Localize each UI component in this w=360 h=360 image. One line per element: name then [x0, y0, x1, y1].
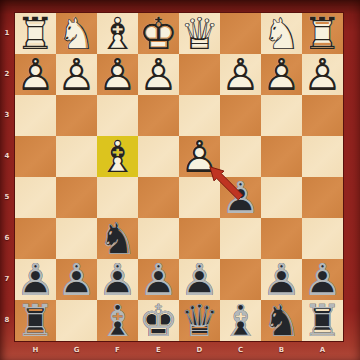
square-a8[interactable]: ♜♖: [302, 300, 343, 341]
piece-white-bishop: ♝♗: [97, 13, 138, 54]
square-c1[interactable]: [220, 13, 261, 54]
square-e3[interactable]: [138, 95, 179, 136]
file-label-h: H: [15, 343, 56, 359]
square-h5[interactable]: [15, 177, 56, 218]
square-c7[interactable]: [220, 259, 261, 300]
square-d8[interactable]: ♛♕: [179, 300, 220, 341]
piece-black-pawn: ♟♙: [179, 259, 220, 300]
rank-label-5: 5: [0, 177, 14, 218]
square-f6[interactable]: ♞♘: [97, 218, 138, 259]
square-h6[interactable]: [15, 218, 56, 259]
piece-white-bishop: ♝♗: [97, 136, 138, 177]
piece-white-pawn: ♟♙: [15, 54, 56, 95]
square-e4[interactable]: [138, 136, 179, 177]
square-f2[interactable]: ♟♙: [97, 54, 138, 95]
piece-white-pawn: ♟♙: [56, 54, 97, 95]
piece-white-pawn: ♟♙: [261, 54, 302, 95]
square-g3[interactable]: [56, 95, 97, 136]
square-g7[interactable]: ♟♙: [56, 259, 97, 300]
file-label-e: E: [138, 343, 179, 359]
rank-label-6: 6: [0, 218, 14, 259]
file-label-f: F: [97, 343, 138, 359]
piece-white-queen: ♛♕: [179, 13, 220, 54]
square-b6[interactable]: [261, 218, 302, 259]
board-frame: ♜♖♞♘♝♗♚♔♛♕♞♘♜♖♟♙♟♙♟♙♟♙♟♙♟♙♟♙♝♗♟♙♟♙♞♘♟♙♟♙…: [0, 0, 360, 360]
square-e2[interactable]: ♟♙: [138, 54, 179, 95]
square-b5[interactable]: [261, 177, 302, 218]
square-c4[interactable]: [220, 136, 261, 177]
piece-black-knight: ♞♘: [97, 218, 138, 259]
square-c5[interactable]: ♟♙: [220, 177, 261, 218]
square-d2[interactable]: [179, 54, 220, 95]
square-f5[interactable]: [97, 177, 138, 218]
square-f3[interactable]: [97, 95, 138, 136]
square-h1[interactable]: ♜♖: [15, 13, 56, 54]
piece-black-king: ♚♔: [138, 300, 179, 341]
piece-white-knight: ♞♘: [56, 13, 97, 54]
square-g6[interactable]: [56, 218, 97, 259]
square-d7[interactable]: ♟♙: [179, 259, 220, 300]
piece-white-pawn: ♟♙: [302, 54, 343, 95]
square-g8[interactable]: [56, 300, 97, 341]
square-h3[interactable]: [15, 95, 56, 136]
square-g4[interactable]: [56, 136, 97, 177]
piece-black-pawn: ♟♙: [15, 259, 56, 300]
rank-label-2: 2: [0, 54, 14, 95]
file-label-c: C: [220, 343, 261, 359]
piece-white-rook: ♜♖: [15, 13, 56, 54]
piece-black-pawn: ♟♙: [261, 259, 302, 300]
piece-black-pawn: ♟♙: [220, 177, 261, 218]
piece-black-pawn: ♟♙: [138, 259, 179, 300]
file-label-a: A: [302, 343, 343, 359]
rank-label-3: 3: [0, 95, 14, 136]
square-a2[interactable]: ♟♙: [302, 54, 343, 95]
square-d1[interactable]: ♛♕: [179, 13, 220, 54]
square-h2[interactable]: ♟♙: [15, 54, 56, 95]
square-d5[interactable]: [179, 177, 220, 218]
square-b7[interactable]: ♟♙: [261, 259, 302, 300]
square-h4[interactable]: [15, 136, 56, 177]
piece-black-queen: ♛♕: [179, 300, 220, 341]
square-c2[interactable]: ♟♙: [220, 54, 261, 95]
square-g1[interactable]: ♞♘: [56, 13, 97, 54]
square-b8[interactable]: ♞♘: [261, 300, 302, 341]
square-e1[interactable]: ♚♔: [138, 13, 179, 54]
square-c6[interactable]: [220, 218, 261, 259]
square-f4[interactable]: ♝♗: [97, 136, 138, 177]
square-e6[interactable]: [138, 218, 179, 259]
square-b2[interactable]: ♟♙: [261, 54, 302, 95]
rank-label-7: 7: [0, 259, 14, 300]
piece-black-bishop: ♝♗: [220, 300, 261, 341]
square-e8[interactable]: ♚♔: [138, 300, 179, 341]
piece-white-pawn: ♟♙: [179, 136, 220, 177]
square-c8[interactable]: ♝♗: [220, 300, 261, 341]
square-g5[interactable]: [56, 177, 97, 218]
square-b1[interactable]: ♞♘: [261, 13, 302, 54]
square-b3[interactable]: [261, 95, 302, 136]
square-c3[interactable]: [220, 95, 261, 136]
rank-label-8: 8: [0, 300, 14, 341]
board: ♜♖♞♘♝♗♚♔♛♕♞♘♜♖♟♙♟♙♟♙♟♙♟♙♟♙♟♙♝♗♟♙♟♙♞♘♟♙♟♙…: [15, 13, 343, 341]
piece-black-rook: ♜♖: [302, 300, 343, 341]
square-b4[interactable]: [261, 136, 302, 177]
piece-white-knight: ♞♘: [261, 13, 302, 54]
file-label-g: G: [56, 343, 97, 359]
square-h8[interactable]: ♜♖: [15, 300, 56, 341]
square-f8[interactable]: ♝♗: [97, 300, 138, 341]
square-g2[interactable]: ♟♙: [56, 54, 97, 95]
piece-white-king: ♚♔: [138, 13, 179, 54]
piece-black-pawn: ♟♙: [56, 259, 97, 300]
square-d6[interactable]: [179, 218, 220, 259]
piece-white-pawn: ♟♙: [138, 54, 179, 95]
square-h7[interactable]: ♟♙: [15, 259, 56, 300]
file-label-d: D: [179, 343, 220, 359]
rank-label-4: 4: [0, 136, 14, 177]
square-a3[interactable]: [302, 95, 343, 136]
piece-black-rook: ♜♖: [15, 300, 56, 341]
file-label-b: B: [261, 343, 302, 359]
piece-black-pawn: ♟♙: [97, 259, 138, 300]
piece-black-pawn: ♟♙: [302, 259, 343, 300]
square-f7[interactable]: ♟♙: [97, 259, 138, 300]
square-a7[interactable]: ♟♙: [302, 259, 343, 300]
square-a4[interactable]: [302, 136, 343, 177]
square-e5[interactable]: [138, 177, 179, 218]
square-a6[interactable]: [302, 218, 343, 259]
rank-label-1: 1: [0, 13, 14, 54]
square-d3[interactable]: [179, 95, 220, 136]
piece-white-pawn: ♟♙: [220, 54, 261, 95]
piece-black-bishop: ♝♗: [97, 300, 138, 341]
square-d4[interactable]: ♟♙: [179, 136, 220, 177]
square-e7[interactable]: ♟♙: [138, 259, 179, 300]
square-f1[interactable]: ♝♗: [97, 13, 138, 54]
piece-black-knight: ♞♘: [261, 300, 302, 341]
square-a5[interactable]: [302, 177, 343, 218]
square-a1[interactable]: ♜♖: [302, 13, 343, 54]
piece-white-rook: ♜♖: [302, 13, 343, 54]
piece-white-pawn: ♟♙: [97, 54, 138, 95]
